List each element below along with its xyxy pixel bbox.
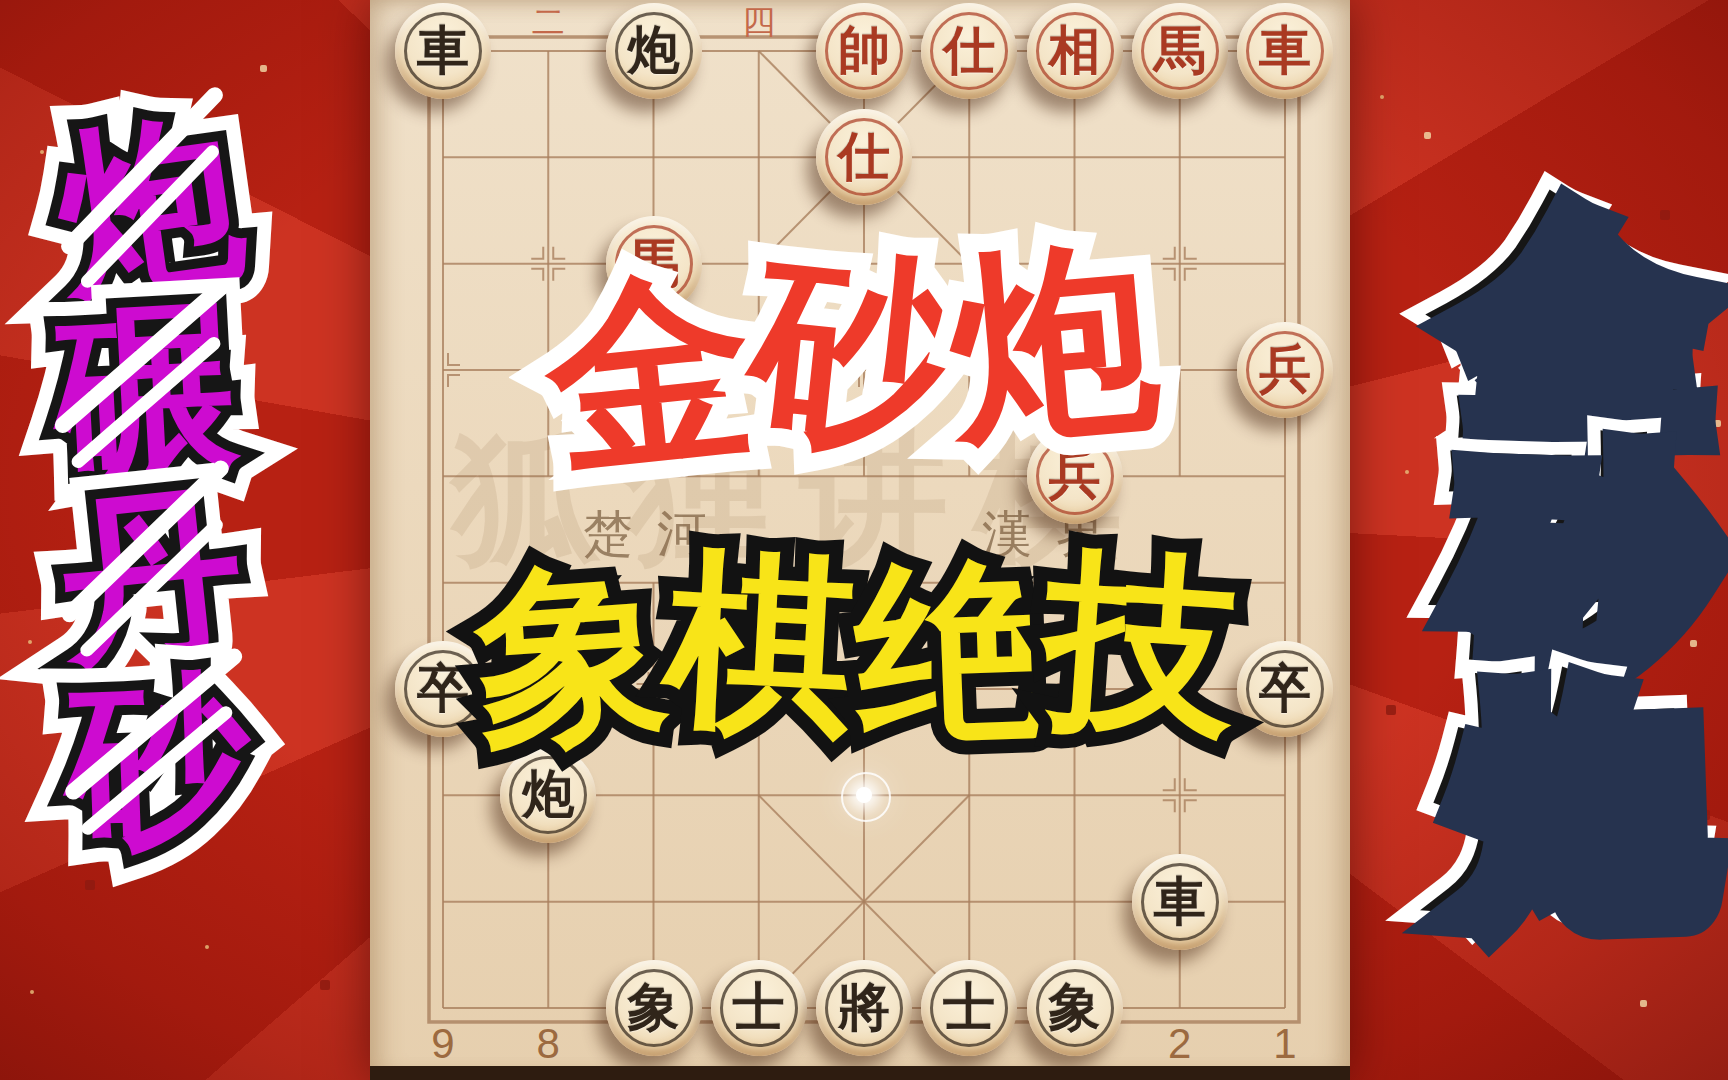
title-main-char: 金金 <box>537 259 762 484</box>
piece-black-士[interactable]: 士 <box>921 960 1017 1056</box>
piece-character: 象 <box>628 982 680 1034</box>
piece-black-士[interactable]: 士 <box>711 960 807 1056</box>
background-speckle <box>320 980 330 990</box>
piece-red-相[interactable]: 相 <box>1027 3 1123 99</box>
column-label-bottom: 1 <box>1273 1020 1296 1068</box>
column-label-top: 二 <box>532 0 565 45</box>
right-banner-char: 炮炮炮炮 <box>1445 671 1691 917</box>
column-label-bottom: 2 <box>1168 1020 1191 1068</box>
background-speckle <box>260 65 267 72</box>
piece-character: 士 <box>943 982 995 1034</box>
background-speckle <box>205 945 209 949</box>
piece-character: 仕 <box>838 131 890 183</box>
piece-character: 兵 <box>1049 450 1101 502</box>
piece-black-炮[interactable]: 炮 <box>606 3 702 99</box>
piece-black-車[interactable]: 車 <box>395 3 491 99</box>
piece-red-仕[interactable]: 仕 <box>921 3 1017 99</box>
piece-character: 馬 <box>1154 25 1206 77</box>
piece-red-仕[interactable]: 仕 <box>816 109 912 205</box>
piece-character: 相 <box>1049 25 1101 77</box>
background-speckle <box>85 880 95 890</box>
left-banner-char: 砂砂砂 <box>64 666 252 854</box>
piece-character: 車 <box>1259 25 1311 77</box>
background-speckle <box>1450 930 1454 934</box>
left-banner-char: 碾碾碾 <box>51 296 242 487</box>
piece-character: 車 <box>417 25 469 77</box>
piece-character: 炮 <box>628 25 680 77</box>
piece-black-車[interactable]: 車 <box>1132 854 1228 950</box>
piece-character: 炮 <box>522 769 574 821</box>
piece-character: 士 <box>733 982 785 1034</box>
background-speckle <box>1405 470 1409 474</box>
column-label-bottom: 8 <box>537 1020 560 1068</box>
piece-character: 帥 <box>838 25 890 77</box>
thumbnail-stage: 楚河 漢界 狐狸讲棋 二四9821車炮帥仕相馬車仕馬兵兵卒卒炮車象士將士象 金金… <box>0 0 1728 1080</box>
piece-character: 象 <box>1049 982 1101 1034</box>
piece-red-馬[interactable]: 馬 <box>1132 3 1228 99</box>
piece-black-卒[interactable]: 卒 <box>1237 641 1333 737</box>
piece-character: 將 <box>838 982 890 1034</box>
column-label-bottom: 9 <box>431 1020 454 1068</box>
title-sub-char: 象象 <box>470 554 675 759</box>
background-speckle <box>1380 95 1384 99</box>
background-speckle <box>1714 420 1721 427</box>
piece-character: 卒 <box>417 663 469 715</box>
column-label-top: 四 <box>742 0 775 45</box>
title-main-char: 砂砂 <box>743 237 968 462</box>
piece-red-帥[interactable]: 帥 <box>816 3 912 99</box>
right-banner-char: 金金金金 <box>1445 197 1691 443</box>
left-banner-char: 丹丹丹 <box>52 477 252 677</box>
title-main-char: 炮炮 <box>943 231 1165 453</box>
piece-red-車[interactable]: 車 <box>1237 3 1333 99</box>
piece-black-象[interactable]: 象 <box>1027 960 1123 1056</box>
background-speckle <box>40 150 44 154</box>
background-speckle <box>30 990 34 994</box>
background-speckle <box>28 640 32 644</box>
title-sub-char: 绝绝 <box>853 553 1052 752</box>
title-sub-char: 技技 <box>1039 542 1244 747</box>
background-speckle <box>1640 1000 1647 1007</box>
piece-red-兵[interactable]: 兵 <box>1237 322 1333 418</box>
board-front-edge <box>370 1066 1350 1080</box>
piece-character: 仕 <box>943 25 995 77</box>
background-speckle <box>1386 705 1396 715</box>
piece-black-象[interactable]: 象 <box>606 960 702 1056</box>
piece-character: 車 <box>1154 876 1206 928</box>
title-sub-char: 棋棋 <box>661 543 863 745</box>
right-banner-char: 砂砂砂砂 <box>1449 435 1695 681</box>
background-speckle <box>1424 132 1431 139</box>
piece-black-將[interactable]: 將 <box>816 960 912 1056</box>
piece-character: 卒 <box>1259 663 1311 715</box>
piece-character: 兵 <box>1259 344 1311 396</box>
